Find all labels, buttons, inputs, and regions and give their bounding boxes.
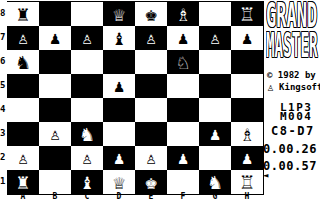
- white-pawn-g3: ♟: [210, 122, 220, 146]
- rank-label-4: 4: [0, 97, 7, 121]
- square-h5[interactable]: [231, 74, 263, 98]
- black-rook-a8: ♜: [17, 2, 30, 26]
- square-b8[interactable]: [39, 2, 71, 26]
- rank-label-3: 3: [0, 121, 7, 145]
- black-pawn-b7: ♟: [50, 26, 60, 50]
- white-knight-c3: ♞: [81, 122, 94, 146]
- square-f4[interactable]: [167, 98, 199, 122]
- square-a8[interactable]: ♜: [7, 2, 39, 26]
- black-bishop-d7: ♝: [113, 26, 126, 50]
- kingsoft-pawn-icon: ♙: [267, 81, 274, 94]
- black-pawn-a7: ♙: [18, 26, 28, 50]
- file-label-g: G: [199, 193, 231, 200]
- square-g5[interactable]: [199, 74, 231, 98]
- rank-label-8: 8: [0, 1, 7, 25]
- square-b2[interactable]: [39, 146, 71, 170]
- square-h4[interactable]: [231, 98, 263, 122]
- square-g6[interactable]: [199, 50, 231, 74]
- square-g2[interactable]: [199, 146, 231, 170]
- black-pawn-e7: ♙: [146, 26, 156, 50]
- square-d7[interactable]: ♝: [103, 26, 135, 50]
- black-pawn-d5: ♟: [114, 74, 124, 98]
- file-label-f: F: [167, 193, 199, 200]
- rank-label-6: 6: [0, 49, 7, 73]
- black-knight-a6: ♞: [17, 50, 30, 74]
- white-bishop-c1: ♝: [81, 170, 94, 194]
- grandmaster-screen: ♜♕♚♗♖♙♟♙♝♙♟♙♟♞♘♟♙♞♟♗♙♙♟♙♟♟♜♝♕♚♞♖ 8765432…: [0, 0, 320, 200]
- move-counter: M004: [280, 112, 313, 121]
- square-d3[interactable]: [103, 122, 135, 146]
- square-g3[interactable]: ♟: [199, 122, 231, 146]
- square-g7[interactable]: ♙: [199, 26, 231, 50]
- black-pawn-c7: ♙: [82, 26, 92, 50]
- white-pawn-a2: ♙: [18, 146, 28, 170]
- white-pawn-e2: ♙: [146, 146, 156, 170]
- square-c6[interactable]: [71, 50, 103, 74]
- square-g1[interactable]: ♞: [199, 170, 231, 194]
- square-h7[interactable]: ♟: [231, 26, 263, 50]
- file-label-b: B: [39, 193, 71, 200]
- square-d4[interactable]: [103, 98, 135, 122]
- file-label-d: D: [103, 193, 135, 200]
- file-label-e: E: [135, 193, 167, 200]
- square-e1[interactable]: ♚: [135, 170, 167, 194]
- rank-label-5: 5: [0, 73, 7, 97]
- square-a2[interactable]: ♙: [7, 146, 39, 170]
- square-h1[interactable]: ♖: [231, 170, 263, 194]
- white-pawn-b3: ♙: [50, 122, 60, 146]
- square-b3[interactable]: ♙: [39, 122, 71, 146]
- square-a5[interactable]: [7, 74, 39, 98]
- square-g4[interactable]: [199, 98, 231, 122]
- game-title-line2: MASTER: [266, 32, 318, 59]
- white-rook-a1: ♜: [17, 170, 30, 194]
- square-e6[interactable]: [135, 50, 167, 74]
- white-rook-h1: ♖: [241, 170, 254, 194]
- square-e5[interactable]: [135, 74, 167, 98]
- square-b5[interactable]: [39, 74, 71, 98]
- white-pawn-h2: ♟: [242, 146, 252, 170]
- square-b1[interactable]: [39, 170, 71, 194]
- rank-label-7: 7: [0, 25, 7, 49]
- square-h3[interactable]: ♗: [231, 122, 263, 146]
- white-pawn-d2: ♟: [114, 146, 124, 170]
- square-e7[interactable]: ♙: [135, 26, 167, 50]
- publisher-line: ♙ Kingsoft: [267, 82, 320, 93]
- rank-label-2: 2: [0, 145, 7, 169]
- square-a1[interactable]: ♜: [7, 170, 39, 194]
- chess-board[interactable]: ♜♕♚♗♖♙♟♙♝♙♟♙♟♞♘♟♙♞♟♗♙♙♟♙♟♟♜♝♕♚♞♖: [7, 1, 264, 195]
- square-e8[interactable]: ♚: [135, 2, 167, 26]
- black-king-e8: ♚: [145, 2, 158, 26]
- file-label-h: H: [231, 193, 263, 200]
- white-knight-g1: ♞: [209, 170, 222, 194]
- square-a3[interactable]: [7, 122, 39, 146]
- square-g8[interactable]: [199, 2, 231, 26]
- square-c5[interactable]: [71, 74, 103, 98]
- square-h8[interactable]: ♖: [231, 2, 263, 26]
- square-c8[interactable]: [71, 2, 103, 26]
- white-king-e1: ♚: [145, 170, 158, 194]
- file-label-a: A: [7, 193, 39, 200]
- rank-label-1: 1: [0, 169, 7, 193]
- square-h2[interactable]: ♟: [231, 146, 263, 170]
- white-queen-d1: ♕: [113, 170, 126, 194]
- square-d2[interactable]: ♟: [103, 146, 135, 170]
- square-a4[interactable]: [7, 98, 39, 122]
- square-b6[interactable]: [39, 50, 71, 74]
- square-h6[interactable]: [231, 50, 263, 74]
- square-c1[interactable]: ♝: [71, 170, 103, 194]
- square-b7[interactable]: ♟: [39, 26, 71, 50]
- black-bishop-f8: ♗: [177, 2, 190, 26]
- square-c7[interactable]: ♙: [71, 26, 103, 50]
- square-c2[interactable]: ♙: [71, 146, 103, 170]
- square-a7[interactable]: ♙: [7, 26, 39, 50]
- last-move-display: C8-D7: [271, 126, 315, 137]
- black-pawn-g7: ♙: [210, 26, 220, 50]
- square-f3[interactable]: [167, 122, 199, 146]
- white-bishop-h3: ♗: [241, 122, 254, 146]
- square-d5[interactable]: ♟: [103, 74, 135, 98]
- square-d8[interactable]: ♕: [103, 2, 135, 26]
- square-b4[interactable]: [39, 98, 71, 122]
- square-e3[interactable]: [135, 122, 167, 146]
- black-pawn-f7: ♟: [178, 26, 188, 50]
- square-f8[interactable]: ♗: [167, 2, 199, 26]
- square-f2[interactable]: ♟: [167, 146, 199, 170]
- square-f5[interactable]: [167, 74, 199, 98]
- square-d6[interactable]: [103, 50, 135, 74]
- square-e4[interactable]: [135, 98, 167, 122]
- square-c3[interactable]: ♞: [71, 122, 103, 146]
- file-label-c: C: [71, 193, 103, 200]
- square-a6[interactable]: ♞: [7, 50, 39, 74]
- clock-bottom: 0.00.57: [263, 161, 317, 172]
- square-f1[interactable]: [167, 170, 199, 194]
- clock-top: 0.00.26: [263, 144, 317, 155]
- black-queen-d8: ♕: [113, 2, 126, 26]
- white-pawn-c2: ♙: [82, 146, 92, 170]
- square-f7[interactable]: ♟: [167, 26, 199, 50]
- square-e2[interactable]: ♙: [135, 146, 167, 170]
- publisher-name: Kingsoft: [279, 82, 320, 92]
- white-pawn-f2: ♟: [178, 146, 188, 170]
- black-knight-f6: ♘: [177, 50, 190, 74]
- black-pawn-h7: ♟: [242, 26, 252, 50]
- square-d1[interactable]: ♕: [103, 170, 135, 194]
- copyright-text: © 1982 by: [267, 70, 316, 80]
- square-c4[interactable]: [71, 98, 103, 122]
- left-arrow-icon: ◄: [263, 170, 268, 180]
- black-rook-h8: ♖: [241, 2, 254, 26]
- square-f6[interactable]: ♘: [167, 50, 199, 74]
